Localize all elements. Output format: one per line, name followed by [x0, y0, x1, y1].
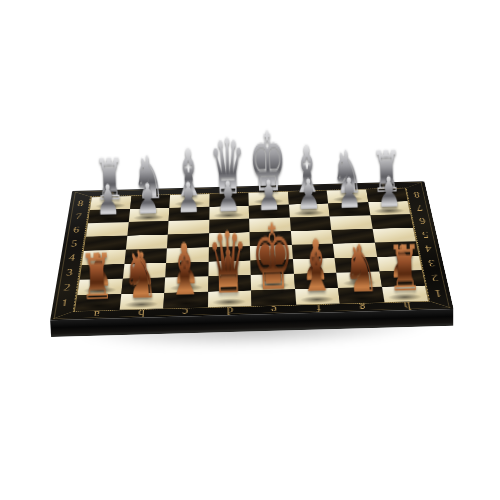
silver-pawn-a7: ♟	[95, 179, 120, 222]
square-b6	[127, 221, 169, 236]
copper-king-e1: ♚	[250, 212, 295, 304]
silver-pawn-h7: ♟	[377, 171, 402, 214]
copper-rook-h1: ♜	[387, 237, 422, 300]
coordinate-label: 1	[50, 285, 79, 322]
square-b1: ♞	[119, 293, 164, 310]
square-d1: ♛	[207, 290, 251, 307]
chess-set-product-photo: 87654321 87654321 abcdefgh abcdefgh ♜♞♝♛…	[0, 0, 500, 500]
copper-rook-a1: ♜	[79, 246, 114, 309]
square-h7: ♟	[368, 201, 410, 215]
copper-queen-d1: ♛	[207, 220, 250, 306]
square-g6	[330, 215, 372, 230]
silver-pawn-g7: ♟	[336, 172, 361, 215]
copper-knight-b1: ♞	[122, 241, 159, 308]
square-a6	[86, 222, 128, 237]
square-a1: ♜	[75, 294, 121, 311]
corner-miter-line	[53, 312, 73, 319]
corner-miter-line	[407, 182, 423, 188]
silver-pawn-c7: ♟	[175, 177, 200, 220]
square-h1: ♜	[381, 285, 428, 302]
board-right-edge	[424, 181, 453, 324]
chess-board: 87654321 87654321 abcdefgh abcdefgh ♜♞♝♛…	[50, 181, 453, 320]
square-e1: ♚	[251, 289, 296, 306]
square-h6	[370, 214, 413, 229]
copper-bishop-f1: ♝	[298, 231, 335, 303]
square-f1: ♝	[295, 288, 340, 305]
square-f7: ♟	[288, 203, 329, 217]
board-front-edge	[50, 309, 453, 337]
square-c1: ♝	[163, 292, 207, 309]
copper-knight-g1: ♞	[342, 235, 379, 302]
square-b7: ♟	[128, 208, 169, 222]
copper-bishop-c1: ♝	[166, 234, 203, 306]
camera-tilt: 87654321 87654321 abcdefgh abcdefgh ♜♞♝♛…	[0, 0, 500, 500]
square-g1: ♞	[338, 287, 384, 304]
silver-pawn-b7: ♟	[135, 178, 160, 221]
corner-miter-line	[74, 192, 90, 197]
corner-miter-line	[431, 302, 451, 308]
board-grid: ♜♞♝♛♚♝♞♜♟♟♟♟♟♟♟♟♟♟♟♟♟♟♟♟♜♞♝♛♚♝♞♜	[75, 188, 428, 310]
perspective-wrapper: 87654321 87654321 abcdefgh abcdefgh ♜♞♝♛…	[57, 53, 444, 451]
coordinate-label: 1	[423, 275, 454, 312]
silver-pawn-f7: ♟	[296, 173, 321, 216]
square-a7: ♟	[88, 209, 130, 223]
square-g7: ♟	[328, 202, 370, 216]
square-c7: ♟	[169, 207, 209, 221]
